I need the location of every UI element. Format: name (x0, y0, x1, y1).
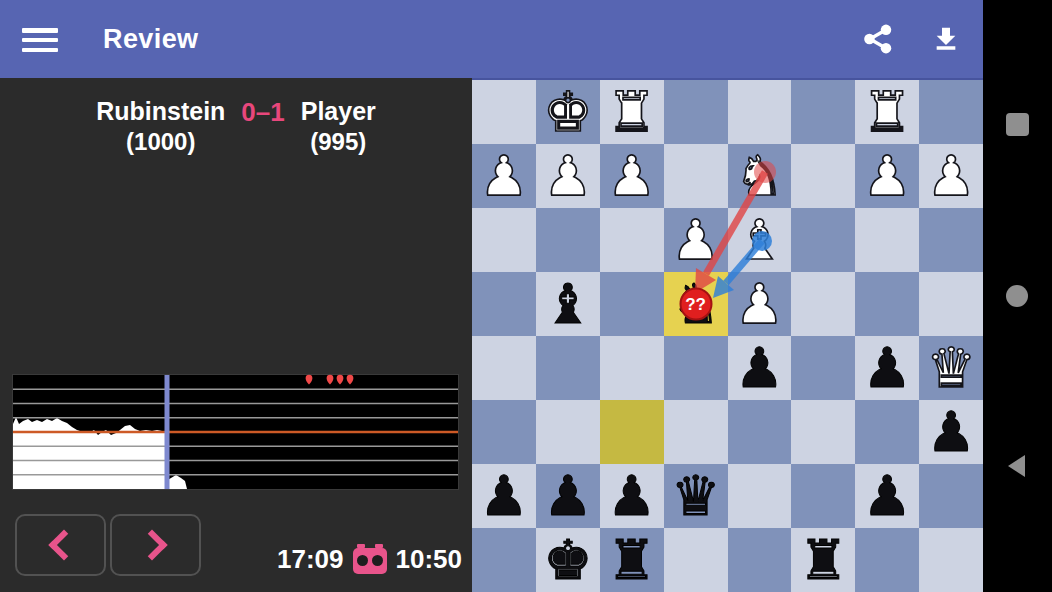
square-e8[interactable] (664, 528, 728, 592)
square-g7[interactable]: ♟ (536, 464, 600, 528)
square-e2[interactable] (664, 144, 728, 208)
black-player-name: Player (301, 96, 376, 127)
square-a8[interactable] (919, 528, 983, 592)
square-g3[interactable] (536, 208, 600, 272)
back-button[interactable] (1008, 455, 1025, 477)
screen: Review Rubinstein (1000) 0–1 Player (995… (0, 0, 1052, 592)
square-b6[interactable] (855, 400, 919, 464)
piece-white-rook: ♜ (863, 85, 912, 140)
square-e1[interactable] (664, 80, 728, 144)
square-h4[interactable] (472, 272, 536, 336)
black-player-block: Player (995) (301, 96, 376, 157)
square-d7[interactable] (728, 464, 792, 528)
clock-row: 17:09 10:50 (277, 544, 462, 575)
piece-white-pawn: ♟ (863, 149, 912, 204)
review-panel: Rubinstein (1000) 0–1 Player (995) 17:09 (0, 78, 472, 592)
square-f4[interactable] (600, 272, 664, 336)
piece-white-pawn: ♟ (926, 149, 975, 204)
chess-clock-icon (353, 548, 387, 574)
square-h3[interactable] (472, 208, 536, 272)
square-c3[interactable] (791, 208, 855, 272)
piece-black-knight: ♞ (671, 277, 720, 332)
square-c4[interactable] (791, 272, 855, 336)
piece-white-bishop: ♝ (735, 213, 784, 268)
square-g2[interactable]: ♟ (536, 144, 600, 208)
square-h1[interactable] (472, 80, 536, 144)
square-d1[interactable] (728, 80, 792, 144)
piece-white-queen: ♛ (926, 341, 975, 396)
square-d6[interactable] (728, 400, 792, 464)
piece-white-king: ♚ (543, 85, 592, 140)
menu-bar (22, 38, 58, 43)
square-c5[interactable] (791, 336, 855, 400)
home-button[interactable] (1006, 285, 1028, 307)
square-g6[interactable] (536, 400, 600, 464)
white-player-rating: (1000) (126, 127, 195, 157)
piece-black-pawn: ♟ (926, 405, 975, 460)
piece-black-queen: ♛ (671, 469, 720, 524)
square-g5[interactable] (536, 336, 600, 400)
clock-right: 10:50 (396, 544, 463, 575)
piece-white-knight: ♞ (735, 149, 784, 204)
square-g4[interactable]: ♝ (536, 272, 600, 336)
piece-white-rook: ♜ (607, 85, 656, 140)
square-h7[interactable]: ♟ (472, 464, 536, 528)
square-d2[interactable]: ♞ (728, 144, 792, 208)
menu-icon[interactable] (22, 28, 58, 52)
evaluation-graph[interactable] (13, 375, 458, 489)
square-h5[interactable] (472, 336, 536, 400)
square-a7[interactable] (919, 464, 983, 528)
clock-left: 17:09 (277, 544, 344, 575)
piece-white-pawn: ♟ (671, 213, 720, 268)
square-b8[interactable] (855, 528, 919, 592)
square-e6[interactable] (664, 400, 728, 464)
square-g8[interactable]: ♚ (536, 528, 600, 592)
square-h6[interactable] (472, 400, 536, 464)
piece-white-pawn: ♟ (543, 149, 592, 204)
square-b3[interactable] (855, 208, 919, 272)
square-b7[interactable]: ♟ (855, 464, 919, 528)
square-f5[interactable] (600, 336, 664, 400)
share-icon[interactable] (862, 23, 894, 55)
square-f3[interactable] (600, 208, 664, 272)
square-g1[interactable]: ♚ (536, 80, 600, 144)
square-f7[interactable]: ♟ (600, 464, 664, 528)
menu-bar (22, 28, 58, 33)
move-cursor[interactable] (165, 375, 170, 489)
square-a6[interactable]: ♟ (919, 400, 983, 464)
square-a1[interactable] (919, 80, 983, 144)
evaluation-graph-svg (13, 375, 458, 489)
piece-black-pawn: ♟ (863, 469, 912, 524)
square-d5[interactable]: ♟ (728, 336, 792, 400)
square-e7[interactable]: ♛ (664, 464, 728, 528)
app-bar: Review (0, 0, 983, 78)
prev-move-button[interactable] (15, 514, 106, 576)
result-score: 0–1 (241, 96, 284, 128)
piece-black-rook: ♜ (607, 533, 656, 588)
clock-dial (357, 555, 368, 566)
square-h2[interactable]: ♟ (472, 144, 536, 208)
square-d4[interactable]: ♟ (728, 272, 792, 336)
square-b1[interactable]: ♜ (855, 80, 919, 144)
recents-button[interactable] (1006, 113, 1029, 136)
piece-black-king: ♚ (543, 533, 592, 588)
piece-black-pawn: ♟ (735, 341, 784, 396)
android-nav-bar (983, 0, 1052, 592)
chess-board: ♚♜♜♟♟♟♞♟♟♟♝♝♞♟♟♟♛♟♟♟♟♛♟♚♜♜ (472, 80, 983, 592)
white-player-block: Rubinstein (1000) (96, 96, 225, 157)
piece-black-pawn: ♟ (863, 341, 912, 396)
square-c8[interactable]: ♜ (791, 528, 855, 592)
square-b4[interactable] (855, 272, 919, 336)
square-a5[interactable]: ♛ (919, 336, 983, 400)
square-e3[interactable]: ♟ (664, 208, 728, 272)
square-a4[interactable] (919, 272, 983, 336)
square-c2[interactable] (791, 144, 855, 208)
clock-dial (372, 555, 383, 566)
piece-black-pawn: ♟ (607, 469, 656, 524)
piece-black-pawn: ♟ (543, 469, 592, 524)
chevron-right-icon (136, 529, 167, 560)
square-f2[interactable]: ♟ (600, 144, 664, 208)
page-title: Review (103, 0, 198, 78)
piece-black-bishop: ♝ (543, 277, 592, 332)
menu-bar (22, 48, 58, 53)
piece-black-pawn: ♟ (479, 469, 528, 524)
square-h8[interactable] (472, 528, 536, 592)
square-f1[interactable]: ♜ (600, 80, 664, 144)
square-a2[interactable]: ♟ (919, 144, 983, 208)
piece-white-pawn: ♟ (479, 149, 528, 204)
square-b2[interactable]: ♟ (855, 144, 919, 208)
square-d8[interactable] (728, 528, 792, 592)
next-move-button[interactable] (110, 514, 201, 576)
piece-black-rook: ♜ (799, 533, 848, 588)
white-player-name: Rubinstein (96, 96, 225, 127)
square-d3[interactable]: ♝ (728, 208, 792, 272)
clock-button (357, 544, 365, 548)
square-c6[interactable] (791, 400, 855, 464)
square-e4[interactable]: ♞ (664, 272, 728, 336)
score-bar: Rubinstein (1000) 0–1 Player (995) (0, 96, 472, 157)
black-player-rating: (995) (310, 127, 366, 157)
square-f8[interactable]: ♜ (600, 528, 664, 592)
clock-button (375, 544, 383, 548)
download-icon[interactable] (930, 23, 962, 55)
piece-white-pawn: ♟ (735, 277, 784, 332)
chevron-left-icon (48, 529, 79, 560)
square-c1[interactable] (791, 80, 855, 144)
square-f6[interactable] (600, 400, 664, 464)
square-a3[interactable] (919, 208, 983, 272)
square-b5[interactable]: ♟ (855, 336, 919, 400)
square-e5[interactable] (664, 336, 728, 400)
square-c7[interactable] (791, 464, 855, 528)
piece-white-pawn: ♟ (607, 149, 656, 204)
